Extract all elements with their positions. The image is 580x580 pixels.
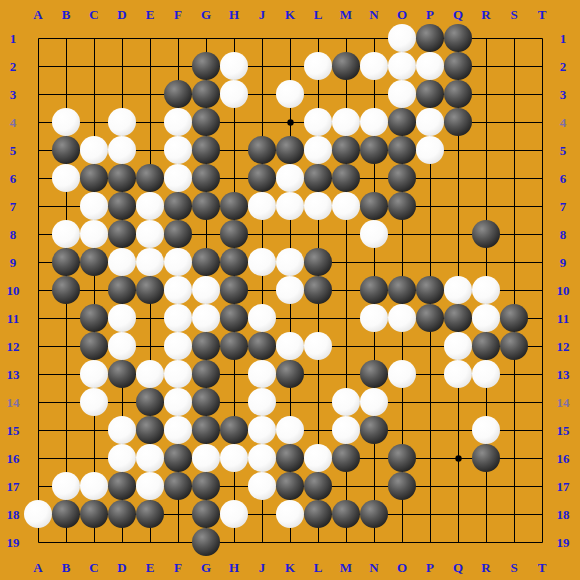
column-label-top: C — [89, 8, 98, 21]
white-stone-N4 — [360, 108, 388, 136]
white-stone-D15 — [108, 416, 136, 444]
row-label-right: 18 — [557, 508, 570, 521]
white-stone-C14 — [80, 388, 108, 416]
row-label-right: 1 — [560, 32, 567, 45]
column-label-bottom: Q — [453, 561, 463, 574]
black-stone-N7 — [360, 192, 388, 220]
white-stone-O1 — [388, 24, 416, 52]
black-stone-D8 — [108, 220, 136, 248]
black-stone-G15 — [192, 416, 220, 444]
column-label-top: O — [397, 8, 407, 21]
white-stone-F11 — [164, 304, 192, 332]
column-label-top: A — [33, 8, 42, 21]
white-stone-B17 — [52, 472, 80, 500]
column-label-top: M — [340, 8, 352, 21]
hoshi-dot — [287, 119, 293, 125]
black-stone-O6 — [388, 164, 416, 192]
row-label-left: 19 — [7, 536, 20, 549]
black-stone-O5 — [388, 136, 416, 164]
white-stone-F9 — [164, 248, 192, 276]
white-stone-P4 — [416, 108, 444, 136]
column-label-top: G — [201, 8, 211, 21]
black-stone-G19 — [192, 528, 220, 556]
white-stone-F6 — [164, 164, 192, 192]
column-label-bottom: S — [510, 561, 517, 574]
row-label-left: 1 — [10, 32, 17, 45]
black-stone-Q2 — [444, 52, 472, 80]
black-stone-D10 — [108, 276, 136, 304]
row-label-left: 8 — [10, 228, 17, 241]
black-stone-N18 — [360, 500, 388, 528]
row-label-right: 8 — [560, 228, 567, 241]
row-label-left: 5 — [10, 144, 17, 157]
black-stone-N15 — [360, 416, 388, 444]
black-stone-G12 — [192, 332, 220, 360]
row-label-left: 13 — [7, 368, 20, 381]
row-label-left: 12 — [7, 340, 20, 353]
white-stone-F5 — [164, 136, 192, 164]
row-label-left: 16 — [7, 452, 20, 465]
white-stone-N2 — [360, 52, 388, 80]
white-stone-F13 — [164, 360, 192, 388]
column-label-top: J — [259, 8, 266, 21]
black-stone-G14 — [192, 388, 220, 416]
black-stone-B5 — [52, 136, 80, 164]
column-label-top: Q — [453, 8, 463, 21]
white-stone-C7 — [80, 192, 108, 220]
white-stone-L4 — [304, 108, 332, 136]
black-stone-L18 — [304, 500, 332, 528]
white-stone-N8 — [360, 220, 388, 248]
black-stone-R16 — [472, 444, 500, 472]
white-stone-J15 — [248, 416, 276, 444]
white-stone-F14 — [164, 388, 192, 416]
column-label-bottom: F — [174, 561, 182, 574]
column-label-bottom: H — [229, 561, 239, 574]
white-stone-L12 — [304, 332, 332, 360]
black-stone-G3 — [192, 80, 220, 108]
column-label-bottom: K — [285, 561, 295, 574]
white-stone-H16 — [220, 444, 248, 472]
row-label-right: 13 — [557, 368, 570, 381]
black-stone-B18 — [52, 500, 80, 528]
black-stone-M18 — [332, 500, 360, 528]
column-label-bottom: A — [33, 561, 42, 574]
black-stone-D13 — [108, 360, 136, 388]
column-label-top: D — [117, 8, 126, 21]
column-label-bottom: G — [201, 561, 211, 574]
black-stone-O16 — [388, 444, 416, 472]
column-label-top: L — [314, 8, 323, 21]
white-stone-J13 — [248, 360, 276, 388]
white-stone-Q13 — [444, 360, 472, 388]
black-stone-D6 — [108, 164, 136, 192]
white-stone-M15 — [332, 416, 360, 444]
white-stone-K7 — [276, 192, 304, 220]
black-stone-F3 — [164, 80, 192, 108]
white-stone-H3 — [220, 80, 248, 108]
black-stone-N10 — [360, 276, 388, 304]
white-stone-L16 — [304, 444, 332, 472]
white-stone-J17 — [248, 472, 276, 500]
row-label-right: 2 — [560, 60, 567, 73]
row-label-right: 19 — [557, 536, 570, 549]
white-stone-O13 — [388, 360, 416, 388]
black-stone-R8 — [472, 220, 500, 248]
black-stone-P11 — [416, 304, 444, 332]
black-stone-Q3 — [444, 80, 472, 108]
black-stone-O10 — [388, 276, 416, 304]
white-stone-M4 — [332, 108, 360, 136]
hoshi-dot — [455, 455, 461, 461]
white-stone-J14 — [248, 388, 276, 416]
row-label-right: 9 — [560, 256, 567, 269]
white-stone-P5 — [416, 136, 444, 164]
white-stone-F10 — [164, 276, 192, 304]
row-label-left: 17 — [7, 480, 20, 493]
white-stone-M14 — [332, 388, 360, 416]
column-label-bottom: N — [369, 561, 378, 574]
white-stone-K12 — [276, 332, 304, 360]
black-stone-B9 — [52, 248, 80, 276]
white-stone-O3 — [388, 80, 416, 108]
column-label-top: F — [174, 8, 182, 21]
black-stone-P3 — [416, 80, 444, 108]
black-stone-F7 — [164, 192, 192, 220]
column-label-top: P — [426, 8, 434, 21]
column-label-top: T — [538, 8, 547, 21]
white-stone-K18 — [276, 500, 304, 528]
black-stone-P10 — [416, 276, 444, 304]
go-board[interactable]: AABBCCDDEEFFGGHHJJKKLLMMNNOOPPQQRRSSTT11… — [0, 0, 580, 580]
row-label-left: 9 — [10, 256, 17, 269]
black-stone-B10 — [52, 276, 80, 304]
white-stone-L2 — [304, 52, 332, 80]
white-stone-D12 — [108, 332, 136, 360]
white-stone-K10 — [276, 276, 304, 304]
black-stone-Q11 — [444, 304, 472, 332]
white-stone-L5 — [304, 136, 332, 164]
row-label-right: 3 — [560, 88, 567, 101]
black-stone-H7 — [220, 192, 248, 220]
black-stone-K5 — [276, 136, 304, 164]
row-label-right: 16 — [557, 452, 570, 465]
white-stone-D5 — [108, 136, 136, 164]
black-stone-O4 — [388, 108, 416, 136]
white-stone-G11 — [192, 304, 220, 332]
column-label-top: H — [229, 8, 239, 21]
white-stone-E8 — [136, 220, 164, 248]
black-stone-G7 — [192, 192, 220, 220]
black-stone-F8 — [164, 220, 192, 248]
black-stone-K13 — [276, 360, 304, 388]
black-stone-Q4 — [444, 108, 472, 136]
white-stone-H18 — [220, 500, 248, 528]
black-stone-D17 — [108, 472, 136, 500]
column-label-top: B — [62, 8, 71, 21]
row-label-right: 15 — [557, 424, 570, 437]
row-label-left: 18 — [7, 508, 20, 521]
black-stone-N13 — [360, 360, 388, 388]
column-label-top: R — [481, 8, 490, 21]
white-stone-H2 — [220, 52, 248, 80]
white-stone-J7 — [248, 192, 276, 220]
white-stone-B8 — [52, 220, 80, 248]
column-label-bottom: L — [314, 561, 323, 574]
white-stone-M7 — [332, 192, 360, 220]
black-stone-F16 — [164, 444, 192, 472]
row-label-right: 6 — [560, 172, 567, 185]
black-stone-G6 — [192, 164, 220, 192]
row-label-right: 7 — [560, 200, 567, 213]
white-stone-F4 — [164, 108, 192, 136]
column-label-bottom: P — [426, 561, 434, 574]
black-stone-L6 — [304, 164, 332, 192]
white-stone-Q10 — [444, 276, 472, 304]
black-stone-C11 — [80, 304, 108, 332]
black-stone-M6 — [332, 164, 360, 192]
row-label-right: 12 — [557, 340, 570, 353]
white-stone-J11 — [248, 304, 276, 332]
column-label-top: E — [146, 8, 155, 21]
white-stone-G10 — [192, 276, 220, 304]
row-label-left: 15 — [7, 424, 20, 437]
black-stone-L10 — [304, 276, 332, 304]
row-label-right: 5 — [560, 144, 567, 157]
black-stone-G18 — [192, 500, 220, 528]
row-label-right: 4 — [560, 116, 567, 129]
row-label-left: 4 — [10, 116, 17, 129]
white-stone-Q12 — [444, 332, 472, 360]
white-stone-R10 — [472, 276, 500, 304]
row-label-left: 7 — [10, 200, 17, 213]
white-stone-B6 — [52, 164, 80, 192]
white-stone-N14 — [360, 388, 388, 416]
column-label-bottom: C — [89, 561, 98, 574]
white-stone-L7 — [304, 192, 332, 220]
row-label-right: 10 — [557, 284, 570, 297]
black-stone-E10 — [136, 276, 164, 304]
white-stone-K3 — [276, 80, 304, 108]
black-stone-G13 — [192, 360, 220, 388]
column-label-bottom: R — [481, 561, 490, 574]
black-stone-C6 — [80, 164, 108, 192]
row-label-left: 3 — [10, 88, 17, 101]
column-label-bottom: J — [259, 561, 266, 574]
black-stone-C18 — [80, 500, 108, 528]
white-stone-E13 — [136, 360, 164, 388]
white-stone-P2 — [416, 52, 444, 80]
white-stone-F12 — [164, 332, 192, 360]
black-stone-R12 — [472, 332, 500, 360]
black-stone-M5 — [332, 136, 360, 164]
black-stone-E18 — [136, 500, 164, 528]
black-stone-F17 — [164, 472, 192, 500]
black-stone-L17 — [304, 472, 332, 500]
black-stone-H10 — [220, 276, 248, 304]
white-stone-E17 — [136, 472, 164, 500]
black-stone-K16 — [276, 444, 304, 472]
black-stone-E15 — [136, 416, 164, 444]
white-stone-D9 — [108, 248, 136, 276]
column-label-bottom: E — [146, 561, 155, 574]
column-label-bottom: O — [397, 561, 407, 574]
column-label-top: N — [369, 8, 378, 21]
black-stone-J6 — [248, 164, 276, 192]
column-label-top: K — [285, 8, 295, 21]
white-stone-C5 — [80, 136, 108, 164]
white-stone-E7 — [136, 192, 164, 220]
black-stone-S11 — [500, 304, 528, 332]
black-stone-K17 — [276, 472, 304, 500]
black-stone-G2 — [192, 52, 220, 80]
white-stone-G16 — [192, 444, 220, 472]
row-label-right: 17 — [557, 480, 570, 493]
row-label-left: 10 — [7, 284, 20, 297]
black-stone-E14 — [136, 388, 164, 416]
white-stone-R15 — [472, 416, 500, 444]
white-stone-J9 — [248, 248, 276, 276]
white-stone-R13 — [472, 360, 500, 388]
black-stone-H8 — [220, 220, 248, 248]
white-stone-J16 — [248, 444, 276, 472]
black-stone-H9 — [220, 248, 248, 276]
white-stone-F15 — [164, 416, 192, 444]
row-label-left: 6 — [10, 172, 17, 185]
black-stone-J5 — [248, 136, 276, 164]
white-stone-R11 — [472, 304, 500, 332]
white-stone-C17 — [80, 472, 108, 500]
white-stone-K15 — [276, 416, 304, 444]
column-label-bottom: D — [117, 561, 126, 574]
black-stone-N5 — [360, 136, 388, 164]
white-stone-C8 — [80, 220, 108, 248]
black-stone-M2 — [332, 52, 360, 80]
black-stone-C12 — [80, 332, 108, 360]
black-stone-D7 — [108, 192, 136, 220]
white-stone-D11 — [108, 304, 136, 332]
white-stone-D16 — [108, 444, 136, 472]
white-stone-O2 — [388, 52, 416, 80]
black-stone-D18 — [108, 500, 136, 528]
black-stone-O17 — [388, 472, 416, 500]
black-stone-J12 — [248, 332, 276, 360]
white-stone-E16 — [136, 444, 164, 472]
black-stone-O7 — [388, 192, 416, 220]
black-stone-L9 — [304, 248, 332, 276]
white-stone-B4 — [52, 108, 80, 136]
black-stone-G17 — [192, 472, 220, 500]
black-stone-G5 — [192, 136, 220, 164]
white-stone-O11 — [388, 304, 416, 332]
column-label-bottom: T — [538, 561, 547, 574]
white-stone-D4 — [108, 108, 136, 136]
black-stone-G4 — [192, 108, 220, 136]
row-label-right: 14 — [557, 396, 570, 409]
black-stone-G9 — [192, 248, 220, 276]
column-label-bottom: M — [340, 561, 352, 574]
row-label-left: 14 — [7, 396, 20, 409]
white-stone-K9 — [276, 248, 304, 276]
black-stone-M16 — [332, 444, 360, 472]
black-stone-S12 — [500, 332, 528, 360]
white-stone-K6 — [276, 164, 304, 192]
white-stone-A18 — [24, 500, 52, 528]
white-stone-N11 — [360, 304, 388, 332]
row-label-right: 11 — [557, 312, 569, 325]
black-stone-Q1 — [444, 24, 472, 52]
column-label-bottom: B — [62, 561, 71, 574]
column-label-top: S — [510, 8, 517, 21]
row-label-left: 2 — [10, 60, 17, 73]
black-stone-H15 — [220, 416, 248, 444]
white-stone-C13 — [80, 360, 108, 388]
black-stone-C9 — [80, 248, 108, 276]
black-stone-H12 — [220, 332, 248, 360]
black-stone-P1 — [416, 24, 444, 52]
black-stone-H11 — [220, 304, 248, 332]
row-label-left: 11 — [7, 312, 19, 325]
white-stone-E9 — [136, 248, 164, 276]
black-stone-E6 — [136, 164, 164, 192]
